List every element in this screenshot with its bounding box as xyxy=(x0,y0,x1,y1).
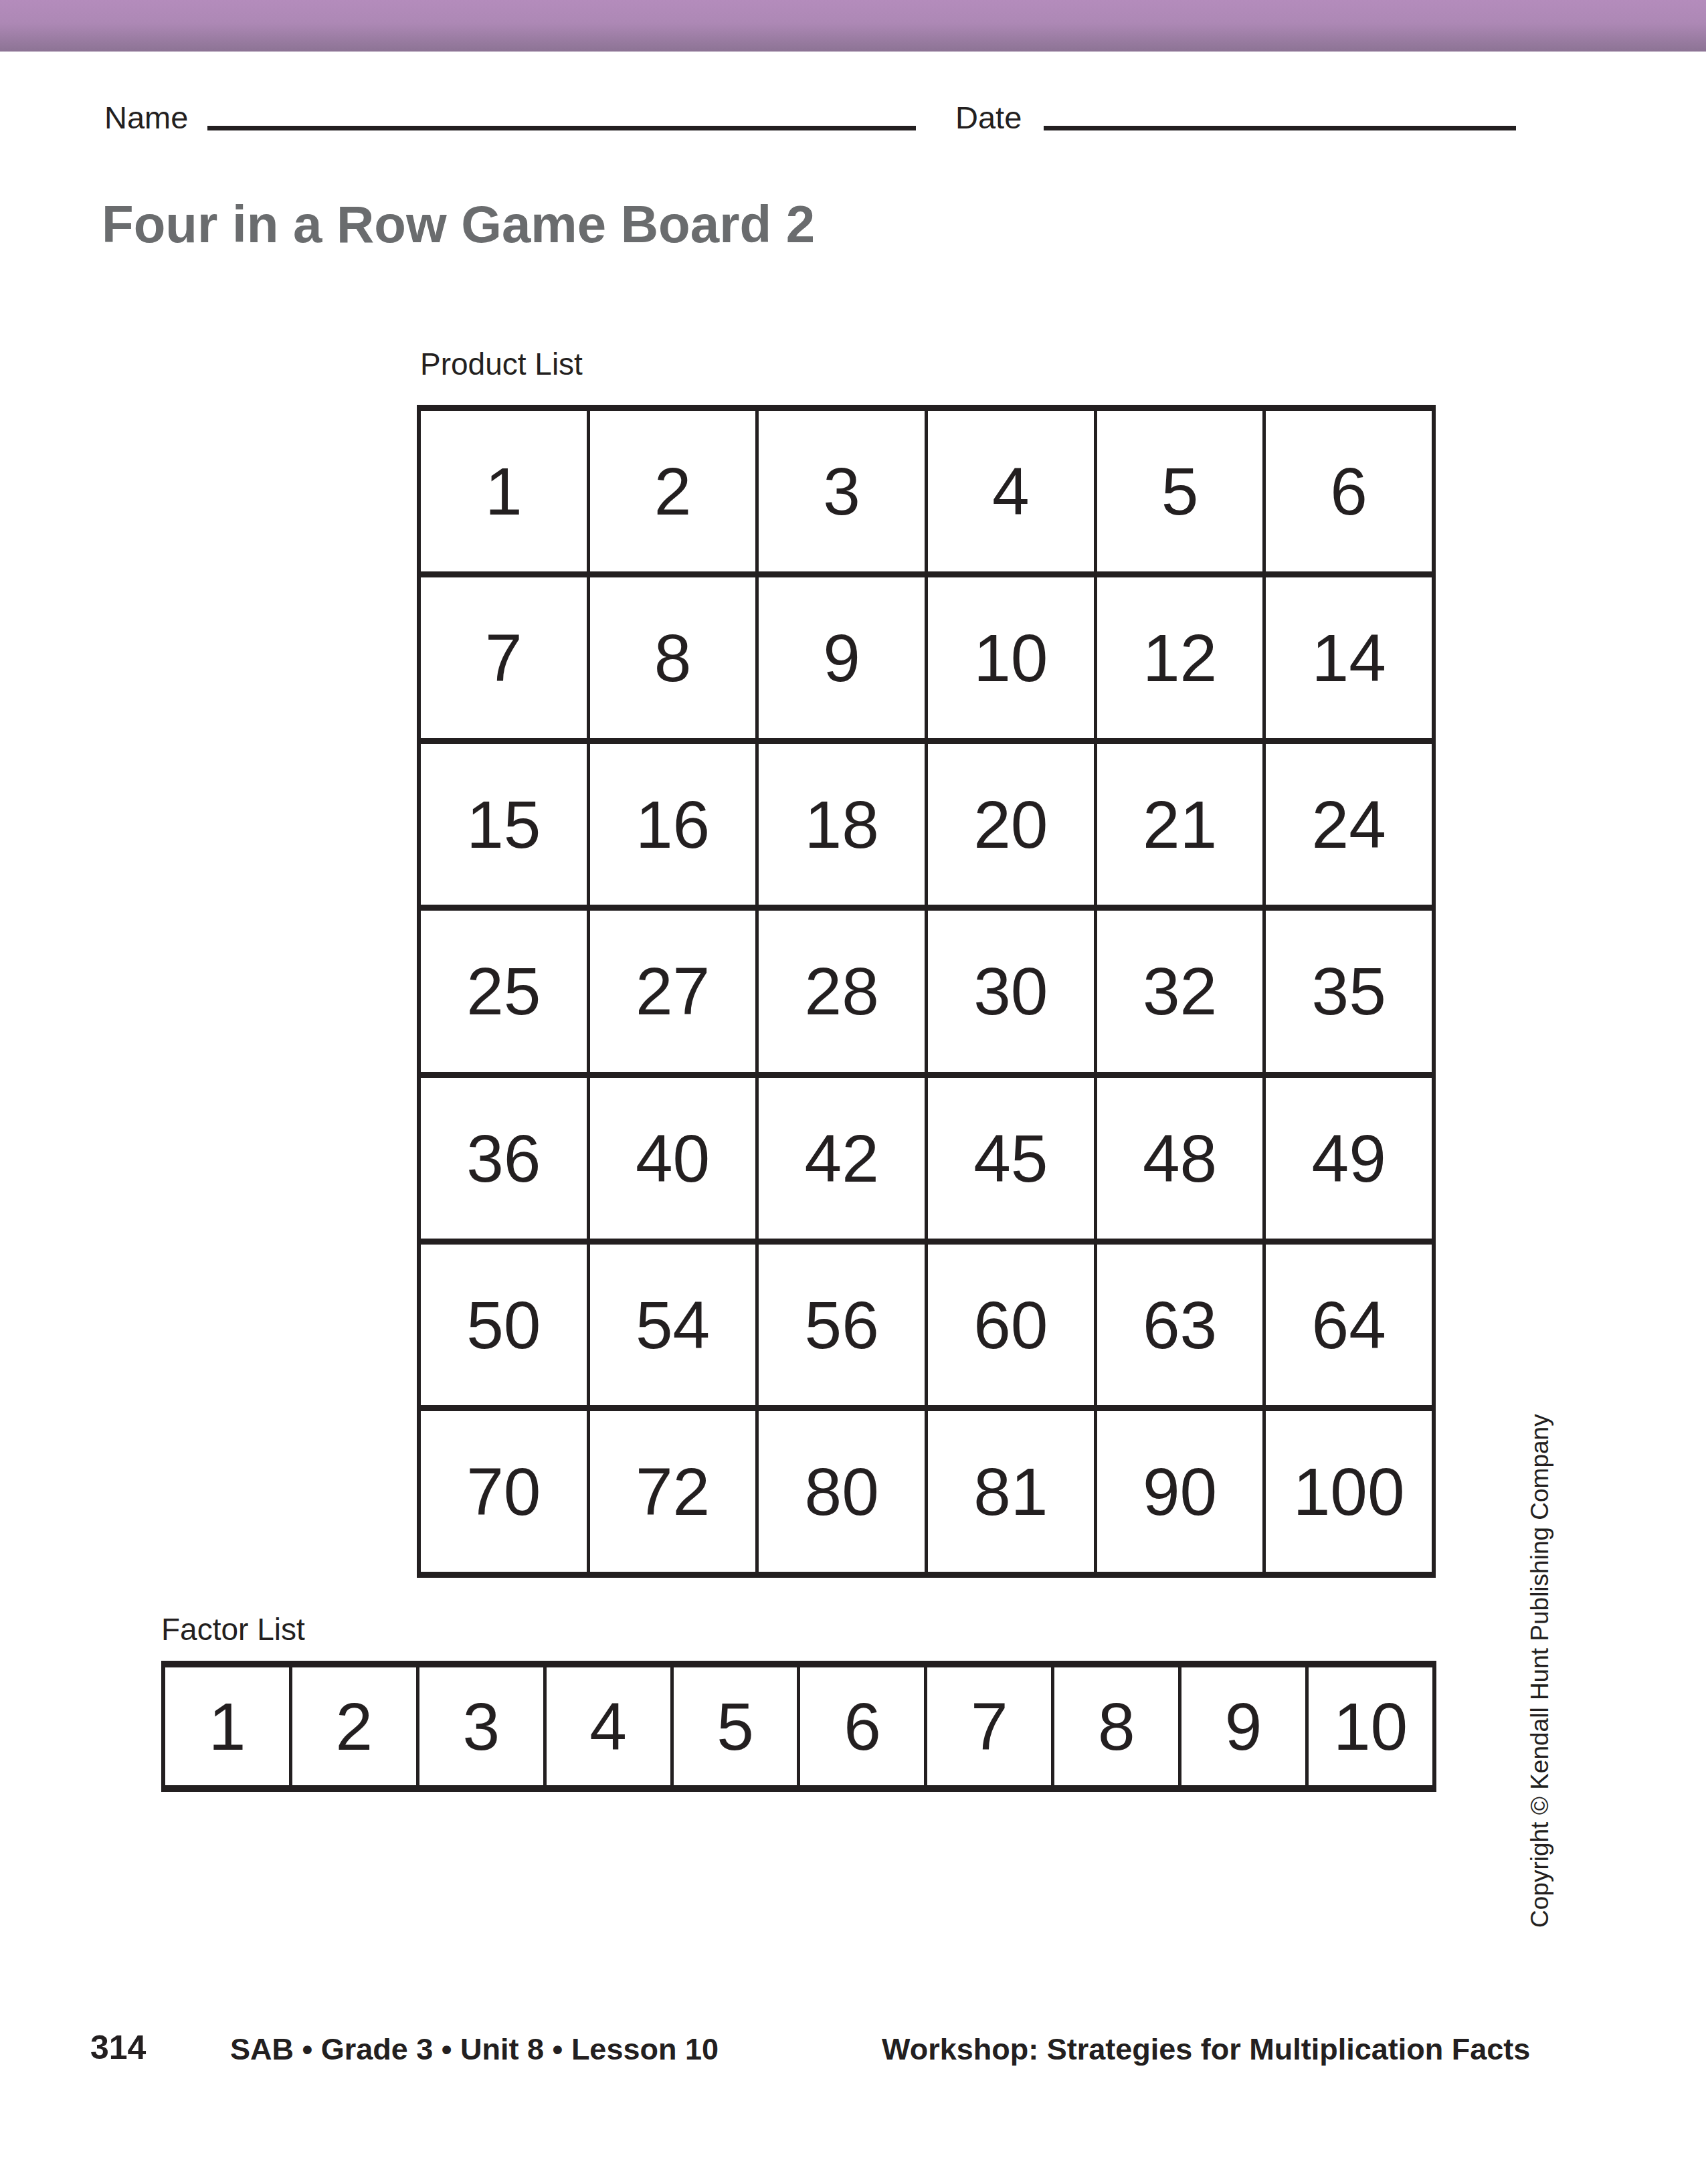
product-list-label: Product List xyxy=(420,349,583,379)
product-cell-r1c2[interactable]: 2 xyxy=(590,411,756,571)
header-bar xyxy=(0,0,1706,52)
factor-cell-10[interactable]: 10 xyxy=(1309,1667,1432,1785)
product-cell-r5c1[interactable]: 36 xyxy=(421,1078,587,1239)
product-cell-r3c1[interactable]: 15 xyxy=(421,744,587,905)
product-cell-r6c3[interactable]: 56 xyxy=(759,1245,925,1405)
name-label: Name xyxy=(104,102,188,133)
product-cell-r1c3[interactable]: 3 xyxy=(759,411,925,571)
footer-section-title: Workshop: Strategies for Multiplication … xyxy=(882,2034,1530,2064)
factor-cell-5[interactable]: 5 xyxy=(674,1667,797,1785)
factor-cell-2[interactable]: 2 xyxy=(292,1667,416,1785)
product-cell-r7c6[interactable]: 100 xyxy=(1266,1411,1432,1572)
product-cell-r1c4[interactable]: 4 xyxy=(928,411,1094,571)
product-cell-r5c4[interactable]: 45 xyxy=(928,1078,1094,1239)
product-cell-r2c2[interactable]: 8 xyxy=(590,577,756,738)
product-cell-r3c6[interactable]: 24 xyxy=(1266,744,1432,905)
product-cell-r5c3[interactable]: 42 xyxy=(759,1078,925,1239)
factor-list-label: Factor List xyxy=(161,1614,305,1645)
product-cell-r6c4[interactable]: 60 xyxy=(928,1245,1094,1405)
factor-cell-8[interactable]: 8 xyxy=(1054,1667,1178,1785)
product-cell-r4c3[interactable]: 28 xyxy=(759,911,925,1071)
product-cell-r4c5[interactable]: 32 xyxy=(1097,911,1263,1071)
factor-cell-9[interactable]: 9 xyxy=(1181,1667,1305,1785)
date-input-line[interactable] xyxy=(1044,126,1516,130)
product-cell-r7c2[interactable]: 72 xyxy=(590,1411,756,1572)
copyright-sidebar-text: Copyright © Kendall Hunt Publishing Comp… xyxy=(1526,1414,1555,1928)
factor-cell-1[interactable]: 1 xyxy=(165,1667,289,1785)
product-cell-r4c2[interactable]: 27 xyxy=(590,911,756,1071)
product-cell-r4c4[interactable]: 30 xyxy=(928,911,1094,1071)
factor-cell-3[interactable]: 3 xyxy=(419,1667,543,1785)
product-cell-r7c3[interactable]: 80 xyxy=(759,1411,925,1572)
product-cell-r2c6[interactable]: 14 xyxy=(1266,577,1432,738)
product-cell-r6c1[interactable]: 50 xyxy=(421,1245,587,1405)
factor-cell-6[interactable]: 6 xyxy=(800,1667,924,1785)
product-cell-r7c1[interactable]: 70 xyxy=(421,1411,587,1572)
product-cell-r5c2[interactable]: 40 xyxy=(590,1078,756,1239)
factor-grid: 12345678910 xyxy=(161,1661,1436,1792)
page-title: Four in a Row Game Board 2 xyxy=(102,194,815,255)
product-grid: 1234567891012141516182021242527283032353… xyxy=(417,405,1436,1578)
product-cell-r3c4[interactable]: 20 xyxy=(928,744,1094,905)
product-cell-r4c1[interactable]: 25 xyxy=(421,911,587,1071)
product-cell-r4c6[interactable]: 35 xyxy=(1266,911,1432,1071)
product-cell-r6c5[interactable]: 63 xyxy=(1097,1245,1263,1405)
product-cell-r3c3[interactable]: 18 xyxy=(759,744,925,905)
factor-cell-7[interactable]: 7 xyxy=(927,1667,1051,1785)
footer-book-info: SAB • Grade 3 • Unit 8 • Lesson 10 xyxy=(230,2034,719,2064)
product-cell-r7c4[interactable]: 81 xyxy=(928,1411,1094,1572)
product-cell-r2c1[interactable]: 7 xyxy=(421,577,587,738)
date-label: Date xyxy=(955,102,1022,133)
product-cell-r3c2[interactable]: 16 xyxy=(590,744,756,905)
product-cell-r1c6[interactable]: 6 xyxy=(1266,411,1432,571)
product-cell-r3c5[interactable]: 21 xyxy=(1097,744,1263,905)
product-cell-r6c6[interactable]: 64 xyxy=(1266,1245,1432,1405)
product-cell-r2c5[interactable]: 12 xyxy=(1097,577,1263,738)
product-cell-r7c5[interactable]: 90 xyxy=(1097,1411,1263,1572)
product-cell-r5c5[interactable]: 48 xyxy=(1097,1078,1263,1239)
name-input-line[interactable] xyxy=(207,126,916,130)
product-cell-r1c1[interactable]: 1 xyxy=(421,411,587,571)
product-cell-r5c6[interactable]: 49 xyxy=(1266,1078,1432,1239)
product-cell-r1c5[interactable]: 5 xyxy=(1097,411,1263,571)
product-cell-r2c4[interactable]: 10 xyxy=(928,577,1094,738)
product-cell-r2c3[interactable]: 9 xyxy=(759,577,925,738)
product-cell-r6c2[interactable]: 54 xyxy=(590,1245,756,1405)
worksheet-page: Name Date Four in a Row Game Board 2 Pro… xyxy=(0,0,1706,2184)
page-number: 314 xyxy=(90,2031,146,2064)
factor-cell-4[interactable]: 4 xyxy=(547,1667,670,1785)
